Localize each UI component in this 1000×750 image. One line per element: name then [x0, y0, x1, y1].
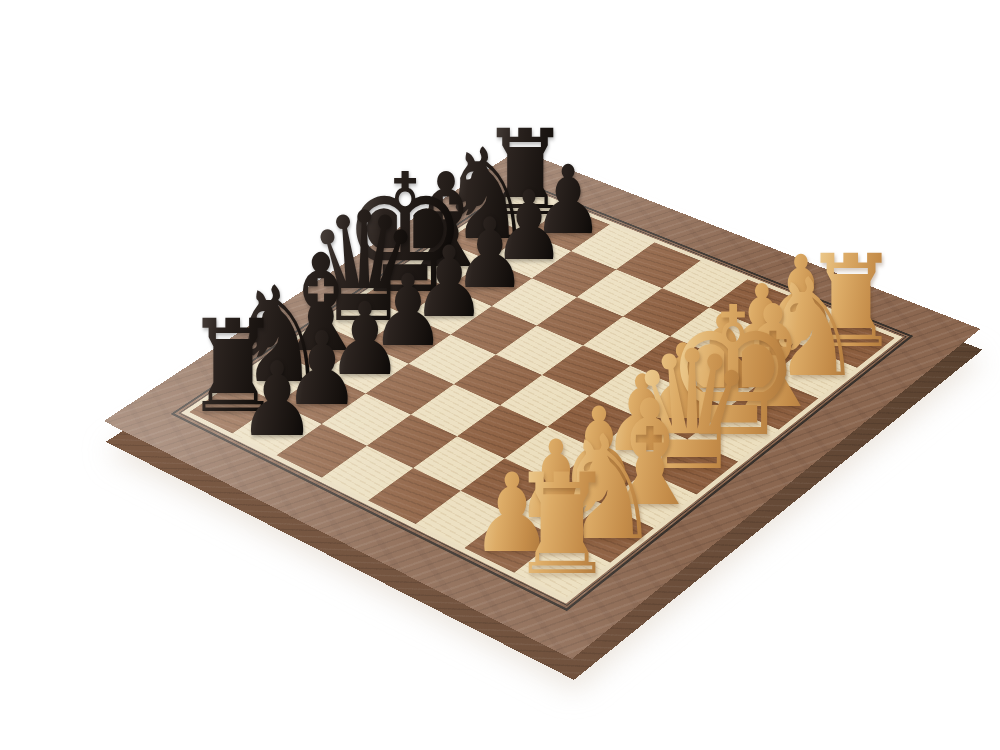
- black-pawn-a7[interactable]: ♟: [238, 348, 316, 451]
- white-rook-a1[interactable]: ♜: [509, 455, 615, 594]
- product-photo-stage: ♜♞♝♛♚♝♞♜♟♟♟♟♟♟♟♟♟♟♟♟♟♟♟♟♜♞♝♛♚♝♞♜: [0, 0, 1000, 750]
